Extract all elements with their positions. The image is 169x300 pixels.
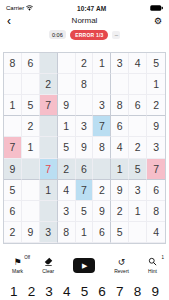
board-cell-r1c8[interactable]: 4	[129, 53, 147, 74]
board-cell-r5c4[interactable]: 5	[58, 137, 76, 158]
board-cell-r1c1[interactable]: 8	[4, 53, 22, 74]
board-cell-r7c9[interactable]: 6	[147, 180, 165, 201]
board-cell-r6c2[interactable]	[22, 159, 40, 180]
board-cell-r6c3[interactable]: 7	[40, 159, 58, 180]
nav-bar: ‹ Normal ⚙	[0, 13, 169, 28]
board-cell-r5c3[interactable]	[40, 137, 58, 158]
board-cell-r3c6[interactable]: 3	[93, 95, 111, 116]
hint-button[interactable]: 1 Hint	[148, 257, 157, 274]
toolbar: ⚑ Off Mark Clear ▶ ↺ Revert 1 Hint	[0, 252, 169, 279]
board-cell-r8c6[interactable]: 9	[93, 201, 111, 222]
board-cell-r4c6[interactable]: 7	[93, 116, 111, 137]
mark-label: Mark	[12, 268, 23, 274]
play-icon: ▶	[82, 262, 87, 270]
board-cell-r5c9[interactable]: 3	[147, 137, 165, 158]
carrier-status: Carrier	[6, 5, 33, 11]
eraser-icon	[44, 257, 53, 267]
board-cell-r7c1[interactable]: 5	[4, 180, 22, 201]
board-cell-r1c9[interactable]: 5	[147, 53, 165, 74]
mark-button[interactable]: ⚑ Off Mark	[12, 257, 23, 274]
board-cell-r2c3[interactable]: 2	[40, 74, 58, 95]
board-cell-r8c1[interactable]: 6	[4, 201, 22, 222]
magnifier-icon	[148, 257, 157, 267]
board-cell-r3c1[interactable]: 1	[4, 95, 22, 116]
board-cell-r9c3[interactable]: 3	[40, 222, 58, 243]
number-pad: 123456789	[0, 284, 169, 299]
board-cell-r5c6[interactable]: 8	[93, 137, 111, 158]
hint-count-badge: 1	[161, 255, 164, 260]
board-cell-r8c3[interactable]	[40, 201, 58, 222]
board-cell-r8c5[interactable]: 5	[76, 201, 94, 222]
board-cell-r1c7[interactable]: 3	[111, 53, 129, 74]
board-cell-r3c9[interactable]: 2	[147, 95, 165, 116]
board-cell-r7c7[interactable]: 9	[111, 180, 129, 201]
board-cell-r1c5[interactable]: 2	[76, 53, 94, 74]
page-title: Normal	[0, 16, 169, 25]
board-cell-r4c9[interactable]: 9	[147, 116, 165, 137]
board-cell-r3c8[interactable]: 6	[129, 95, 147, 116]
board-cell-r4c1[interactable]	[4, 116, 22, 137]
numpad-8[interactable]: 8	[134, 284, 142, 299]
board-cell-r3c5[interactable]	[76, 95, 94, 116]
numpad-7[interactable]: 7	[116, 284, 124, 299]
board-cell-r7c8[interactable]: 3	[129, 180, 147, 201]
board-cell-r2c8[interactable]	[129, 74, 147, 95]
board-cell-r6c8[interactable]: 5	[129, 159, 147, 180]
clock: 10:47 AM	[77, 5, 106, 12]
board-cell-r7c6[interactable]: 2	[93, 180, 111, 201]
board-cell-r8c4[interactable]: 3	[58, 201, 76, 222]
board-cell-r6c7[interactable]: 1	[111, 159, 129, 180]
board-cell-r4c3[interactable]	[40, 116, 58, 137]
board-cell-r4c7[interactable]: 6	[111, 116, 129, 137]
board-cell-r7c4[interactable]: 4	[58, 180, 76, 201]
clear-label: Clear	[42, 268, 54, 274]
revert-label: Revert	[114, 268, 129, 274]
revert-button[interactable]: ↺ Revert	[114, 257, 129, 274]
board-cell-r3c3[interactable]: 7	[40, 95, 58, 116]
numpad-4[interactable]: 4	[63, 284, 71, 299]
board-cell-r2c2[interactable]	[22, 74, 40, 95]
board-cell-r9c1[interactable]: 2	[4, 222, 22, 243]
numpad-6[interactable]: 6	[98, 284, 106, 299]
board-cell-r2c9[interactable]: 1	[147, 74, 165, 95]
board-cell-r7c2[interactable]	[22, 180, 40, 201]
board-cell-r2c5[interactable]: 8	[76, 74, 94, 95]
board-cell-r4c4[interactable]: 1	[58, 116, 76, 137]
board-cell-r5c7[interactable]: 4	[111, 137, 129, 158]
carrier-label: Carrier	[6, 5, 24, 11]
board-cell-r1c6[interactable]: 1	[93, 53, 111, 74]
battery-icon	[150, 5, 163, 11]
board-cell-r1c4[interactable]	[58, 53, 76, 74]
board-cell-r8c2[interactable]	[22, 201, 40, 222]
board-cell-r9c4[interactable]: 8	[58, 222, 76, 243]
board-cell-r6c6[interactable]	[93, 159, 111, 180]
error-badge: ERROR 1/3	[70, 30, 108, 40]
collapse-button[interactable]: –	[112, 31, 120, 39]
numpad-9[interactable]: 9	[151, 284, 159, 299]
board-cell-r4c8[interactable]	[129, 116, 147, 137]
sudoku-board: 8621345281157938622137697159842397261575…	[3, 52, 166, 244]
numpad-5[interactable]: 5	[81, 284, 89, 299]
board-cell-r9c9[interactable]: 4	[147, 222, 165, 243]
hint-label: Hint	[148, 268, 157, 274]
numpad-3[interactable]: 3	[45, 284, 53, 299]
board-cell-r6c4[interactable]: 2	[58, 159, 76, 180]
board-cell-r9c8[interactable]	[129, 222, 147, 243]
wifi-icon	[26, 5, 33, 11]
board-cell-r2c4[interactable]	[58, 74, 76, 95]
board-cell-r6c1[interactable]: 9	[4, 159, 22, 180]
board-cell-r2c1[interactable]	[4, 74, 22, 95]
board-cell-r7c5[interactable]: 7	[76, 180, 94, 201]
board-cell-r9c7[interactable]: 5	[111, 222, 129, 243]
board-cell-r7c3[interactable]: 1	[40, 180, 58, 201]
board-cell-r3c4[interactable]: 9	[58, 95, 76, 116]
board-cell-r5c5[interactable]: 9	[76, 137, 94, 158]
board-cell-r9c5[interactable]: 1	[76, 222, 94, 243]
game-status-row: 0:06 ERROR 1/3 –	[0, 28, 169, 41]
numpad-2[interactable]: 2	[28, 284, 36, 299]
undo-arrow-icon: ↺	[118, 257, 126, 267]
board-cell-r1c3[interactable]	[40, 53, 58, 74]
board-cell-r2c7[interactable]	[111, 74, 129, 95]
mark-state-badge: Off	[24, 255, 30, 260]
board-cell-r9c2[interactable]: 9	[22, 222, 40, 243]
numpad-1[interactable]: 1	[10, 284, 18, 299]
board-cell-r6c5[interactable]: 6	[76, 159, 94, 180]
board-cell-r4c5[interactable]: 3	[76, 116, 94, 137]
board-cell-r1c2[interactable]: 6	[22, 53, 40, 74]
board-cell-r8c9[interactable]: 8	[147, 201, 165, 222]
board-cell-r5c2[interactable]: 1	[22, 137, 40, 158]
board-cell-r8c8[interactable]: 1	[129, 201, 147, 222]
board-cell-r5c1[interactable]: 7	[4, 137, 22, 158]
board-cell-r8c7[interactable]: 2	[111, 201, 129, 222]
board-cell-r5c8[interactable]: 2	[129, 137, 147, 158]
board-cell-r2c6[interactable]	[93, 74, 111, 95]
clear-button[interactable]: Clear	[42, 257, 54, 274]
board-cell-r3c2[interactable]: 5	[22, 95, 40, 116]
status-bar: Carrier 10:47 AM	[0, 0, 169, 13]
timer: 0:06	[49, 30, 67, 39]
board-cell-r9c6[interactable]: 6	[93, 222, 111, 243]
board-cell-r3c7[interactable]: 8	[111, 95, 129, 116]
pause-play-button[interactable]: ▶	[73, 258, 95, 273]
board-cell-r6c9[interactable]: 7	[147, 159, 165, 180]
board-cell-r4c2[interactable]: 2	[22, 116, 40, 137]
flag-icon: ⚑	[14, 257, 22, 267]
